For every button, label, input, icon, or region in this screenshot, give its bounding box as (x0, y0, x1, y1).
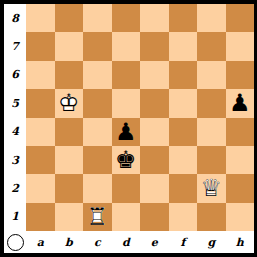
king-solid-glyph: ♚ (114, 148, 138, 172)
black-king-piece[interactable]: ♚ (114, 148, 138, 172)
square-b2[interactable] (55, 174, 84, 202)
board-grid: 8765♚♔♟4♟3♚2♛♕1♜♖abcdefgh (4, 4, 254, 253)
file-label-f: f (169, 231, 198, 253)
square-d7[interactable] (112, 32, 141, 60)
black-pawn-piece[interactable]: ♟ (114, 120, 138, 144)
square-d6[interactable] (112, 61, 141, 89)
pawn-solid-glyph: ♟ (114, 120, 138, 144)
black-pawn-piece[interactable]: ♟ (228, 91, 252, 115)
square-c4[interactable] (83, 118, 112, 146)
square-g3[interactable] (197, 146, 226, 174)
square-e7[interactable] (140, 32, 169, 60)
square-a5[interactable] (26, 89, 55, 117)
square-a3[interactable] (26, 146, 55, 174)
rank-label-4: 4 (4, 118, 26, 146)
square-h4[interactable] (226, 118, 255, 146)
rank-label-6: 6 (4, 61, 26, 89)
square-e2[interactable] (140, 174, 169, 202)
square-a6[interactable] (26, 61, 55, 89)
square-g2[interactable]: ♛♕ (197, 174, 226, 202)
square-f5[interactable] (169, 89, 198, 117)
square-b4[interactable] (55, 118, 84, 146)
square-a7[interactable] (26, 32, 55, 60)
file-label-b: b (55, 231, 84, 253)
square-b3[interactable] (55, 146, 84, 174)
square-c2[interactable] (83, 174, 112, 202)
square-c7[interactable] (83, 32, 112, 60)
square-f4[interactable] (169, 118, 198, 146)
square-e6[interactable] (140, 61, 169, 89)
square-h3[interactable] (226, 146, 255, 174)
square-d3[interactable]: ♚ (112, 146, 141, 174)
square-b1[interactable] (55, 203, 84, 231)
square-f6[interactable] (169, 61, 198, 89)
square-g1[interactable] (197, 203, 226, 231)
square-b8[interactable] (55, 4, 84, 32)
square-h6[interactable] (226, 61, 255, 89)
square-g5[interactable] (197, 89, 226, 117)
square-b5[interactable]: ♚♔ (55, 89, 84, 117)
square-d5[interactable] (112, 89, 141, 117)
square-e5[interactable] (140, 89, 169, 117)
square-d2[interactable] (112, 174, 141, 202)
square-f1[interactable] (169, 203, 198, 231)
king-outline-glyph: ♔ (57, 91, 81, 115)
rank-label-7: 7 (4, 32, 26, 60)
square-d1[interactable] (112, 203, 141, 231)
square-b7[interactable] (55, 32, 84, 60)
square-g7[interactable] (197, 32, 226, 60)
white-queen-piece[interactable]: ♛♕ (199, 176, 223, 200)
square-h2[interactable] (226, 174, 255, 202)
square-g4[interactable] (197, 118, 226, 146)
square-g6[interactable] (197, 61, 226, 89)
white-rook-piece[interactable]: ♜♖ (85, 205, 109, 229)
square-c3[interactable] (83, 146, 112, 174)
file-label-g: g (197, 231, 226, 253)
square-a8[interactable] (26, 4, 55, 32)
square-c8[interactable] (83, 4, 112, 32)
white-to-move-icon (7, 234, 24, 251)
square-e4[interactable] (140, 118, 169, 146)
square-h7[interactable] (226, 32, 255, 60)
square-a1[interactable] (26, 203, 55, 231)
square-f7[interactable] (169, 32, 198, 60)
file-label-c: c (83, 231, 112, 253)
square-c1[interactable]: ♜♖ (83, 203, 112, 231)
file-label-a: a (26, 231, 55, 253)
file-label-d: d (112, 231, 141, 253)
square-a2[interactable] (26, 174, 55, 202)
queen-outline-glyph: ♕ (199, 176, 223, 200)
rank-label-2: 2 (4, 174, 26, 202)
square-c5[interactable] (83, 89, 112, 117)
rank-label-3: 3 (4, 146, 26, 174)
square-d8[interactable] (112, 4, 141, 32)
to-move-corner (4, 231, 26, 253)
file-label-h: h (226, 231, 255, 253)
square-f3[interactable] (169, 146, 198, 174)
white-king-piece[interactable]: ♚♔ (57, 91, 81, 115)
rook-outline-glyph: ♖ (85, 205, 109, 229)
file-label-e: e (140, 231, 169, 253)
square-e3[interactable] (140, 146, 169, 174)
square-f2[interactable] (169, 174, 198, 202)
square-f8[interactable] (169, 4, 198, 32)
square-c6[interactable] (83, 61, 112, 89)
square-e1[interactable] (140, 203, 169, 231)
rank-label-1: 1 (4, 203, 26, 231)
rank-label-5: 5 (4, 89, 26, 117)
chessboard-frame: 8765♚♔♟4♟3♚2♛♕1♜♖abcdefgh (0, 0, 257, 257)
square-a4[interactable] (26, 118, 55, 146)
rank-label-8: 8 (4, 4, 26, 32)
square-h8[interactable] (226, 4, 255, 32)
pawn-solid-glyph: ♟ (228, 91, 252, 115)
square-e8[interactable] (140, 4, 169, 32)
square-g8[interactable] (197, 4, 226, 32)
square-h1[interactable] (226, 203, 255, 231)
square-h5[interactable]: ♟ (226, 89, 255, 117)
square-d4[interactable]: ♟ (112, 118, 141, 146)
square-b6[interactable] (55, 61, 84, 89)
